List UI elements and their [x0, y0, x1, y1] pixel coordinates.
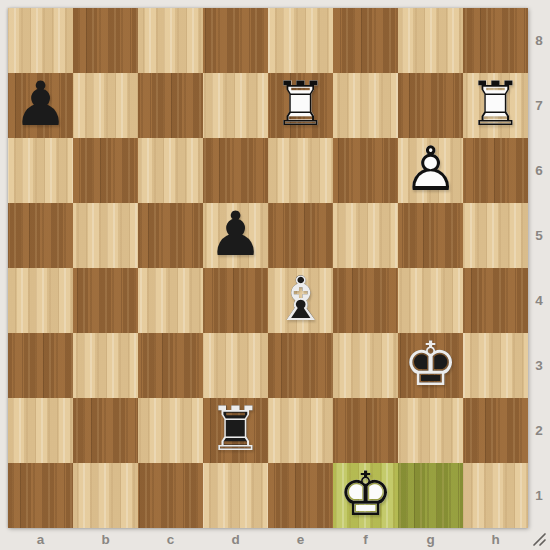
square-e4[interactable]: ♝♗: [268, 268, 333, 333]
square-a7[interactable]: ♟: [8, 73, 73, 138]
file-label-a: a: [8, 528, 73, 550]
square-f4[interactable]: [333, 268, 398, 333]
square-b5[interactable]: [73, 203, 138, 268]
white-rook-outline: ♖: [463, 71, 528, 136]
file-label-g: g: [398, 528, 463, 550]
square-d5[interactable]: ♟: [203, 203, 268, 268]
square-b4[interactable]: [73, 268, 138, 333]
rank-label-7: 7: [528, 73, 550, 138]
square-d2[interactable]: ♜♖: [203, 398, 268, 463]
rank-labels: 87654321: [528, 8, 550, 528]
square-b1[interactable]: [73, 463, 138, 528]
rank-label-1: 1: [528, 463, 550, 528]
file-label-e: e: [268, 528, 333, 550]
square-g8[interactable]: [398, 8, 463, 73]
white-pawn-outline: ♙: [398, 136, 463, 201]
piece-black-king[interactable]: ♚♔: [398, 333, 463, 398]
square-e7[interactable]: ♜♖: [268, 73, 333, 138]
square-b8[interactable]: [73, 8, 138, 73]
square-a3[interactable]: [8, 333, 73, 398]
square-f6[interactable]: [333, 138, 398, 203]
square-f5[interactable]: [333, 203, 398, 268]
rank-label-3: 3: [528, 333, 550, 398]
black-pawn-glyph: ♟: [203, 201, 268, 266]
black-pawn-glyph: ♟: [8, 71, 73, 136]
square-a5[interactable]: [8, 203, 73, 268]
square-c7[interactable]: [138, 73, 203, 138]
file-labels: abcdefgh: [8, 528, 528, 550]
square-h1[interactable]: [463, 463, 528, 528]
square-c5[interactable]: [138, 203, 203, 268]
square-g4[interactable]: [398, 268, 463, 333]
square-d6[interactable]: [203, 138, 268, 203]
square-b7[interactable]: [73, 73, 138, 138]
square-c8[interactable]: [138, 8, 203, 73]
piece-black-pawn[interactable]: ♟: [8, 73, 73, 138]
rank-label-8: 8: [528, 8, 550, 73]
square-h5[interactable]: [463, 203, 528, 268]
file-label-h: h: [463, 528, 528, 550]
square-d4[interactable]: [203, 268, 268, 333]
black-king-outline: ♔: [398, 331, 463, 396]
square-g6[interactable]: ♟♙: [398, 138, 463, 203]
rank-label-6: 6: [528, 138, 550, 203]
rank-label-2: 2: [528, 398, 550, 463]
square-f2[interactable]: [333, 398, 398, 463]
square-f1[interactable]: ♚♔: [333, 463, 398, 528]
square-c4[interactable]: [138, 268, 203, 333]
rank-label-5: 5: [528, 203, 550, 268]
resize-handle-icon[interactable]: [532, 532, 547, 547]
square-g1[interactable]: [398, 463, 463, 528]
square-h7[interactable]: ♜♖: [463, 73, 528, 138]
square-f3[interactable]: [333, 333, 398, 398]
square-a6[interactable]: [8, 138, 73, 203]
square-d7[interactable]: [203, 73, 268, 138]
piece-white-rook[interactable]: ♜♖: [268, 73, 333, 138]
square-c3[interactable]: [138, 333, 203, 398]
square-e2[interactable]: [268, 398, 333, 463]
square-a2[interactable]: [8, 398, 73, 463]
square-c1[interactable]: [138, 463, 203, 528]
square-d1[interactable]: [203, 463, 268, 528]
piece-white-king[interactable]: ♚♔: [333, 463, 398, 528]
square-a1[interactable]: [8, 463, 73, 528]
square-b3[interactable]: [73, 333, 138, 398]
square-h8[interactable]: [463, 8, 528, 73]
square-e6[interactable]: [268, 138, 333, 203]
piece-white-rook[interactable]: ♜♖: [463, 73, 528, 138]
black-bishop-outline: ♗: [268, 266, 333, 331]
square-b2[interactable]: [73, 398, 138, 463]
file-label-b: b: [73, 528, 138, 550]
square-a4[interactable]: [8, 268, 73, 333]
rank-label-4: 4: [528, 268, 550, 333]
square-f8[interactable]: [333, 8, 398, 73]
piece-black-rook[interactable]: ♜♖: [203, 398, 268, 463]
file-label-c: c: [138, 528, 203, 550]
square-d3[interactable]: [203, 333, 268, 398]
white-rook-outline: ♖: [268, 71, 333, 136]
square-b6[interactable]: [73, 138, 138, 203]
square-g2[interactable]: [398, 398, 463, 463]
black-rook-outline: ♖: [203, 396, 268, 461]
chess-board: ♟♜♖♜♖♟♙♟♝♗♚♔♜♖♚♔: [8, 8, 528, 528]
square-e1[interactable]: [268, 463, 333, 528]
square-a8[interactable]: [8, 8, 73, 73]
square-d8[interactable]: [203, 8, 268, 73]
white-king-outline: ♔: [333, 461, 398, 526]
square-e8[interactable]: [268, 8, 333, 73]
chess-board-widget: ♟♜♖♜♖♟♙♟♝♗♚♔♜♖♚♔ abcdefgh 87654321: [0, 0, 550, 550]
square-h3[interactable]: [463, 333, 528, 398]
square-h6[interactable]: [463, 138, 528, 203]
piece-black-pawn[interactable]: ♟: [203, 203, 268, 268]
square-h2[interactable]: [463, 398, 528, 463]
square-c2[interactable]: [138, 398, 203, 463]
square-e5[interactable]: [268, 203, 333, 268]
file-label-d: d: [203, 528, 268, 550]
square-g3[interactable]: ♚♔: [398, 333, 463, 398]
piece-white-pawn[interactable]: ♟♙: [398, 138, 463, 203]
square-g5[interactable]: [398, 203, 463, 268]
square-c6[interactable]: [138, 138, 203, 203]
square-f7[interactable]: [333, 73, 398, 138]
square-e3[interactable]: [268, 333, 333, 398]
file-label-f: f: [333, 528, 398, 550]
square-g7[interactable]: [398, 73, 463, 138]
square-h4[interactable]: [463, 268, 528, 333]
piece-black-bishop[interactable]: ♝♗: [268, 268, 333, 333]
